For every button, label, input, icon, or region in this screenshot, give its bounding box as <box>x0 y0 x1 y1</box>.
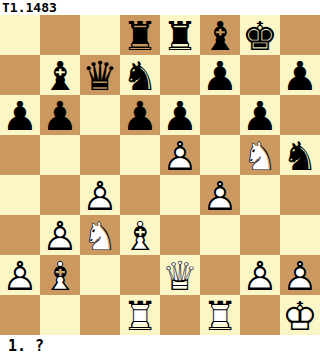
square-f5[interactable] <box>200 135 240 175</box>
white-rook-piece: ♖ <box>200 295 240 335</box>
square-f8[interactable]: ♝ <box>200 15 240 55</box>
square-h5[interactable]: ♞ <box>280 135 320 175</box>
white-rook-piece: ♖ <box>120 295 160 335</box>
square-e7[interactable] <box>160 55 200 95</box>
square-c6[interactable] <box>80 95 120 135</box>
square-c8[interactable] <box>80 15 120 55</box>
square-h8[interactable] <box>280 15 320 55</box>
black-rook-piece: ♜ <box>160 15 200 55</box>
square-g4[interactable] <box>240 175 280 215</box>
square-e1[interactable] <box>160 295 200 335</box>
square-b5[interactable] <box>40 135 80 175</box>
square-g1[interactable] <box>240 295 280 335</box>
white-bishop-piece: ♗ <box>40 255 80 295</box>
white-king-piece: ♔ <box>280 295 320 335</box>
square-a8[interactable] <box>0 15 40 55</box>
black-bishop-piece: ♝ <box>200 15 240 55</box>
square-a6[interactable]: ♟ <box>0 95 40 135</box>
square-f7[interactable]: ♟ <box>200 55 240 95</box>
square-e4[interactable] <box>160 175 200 215</box>
square-d2[interactable] <box>120 255 160 295</box>
square-a5[interactable] <box>0 135 40 175</box>
square-e6[interactable]: ♟ <box>160 95 200 135</box>
square-f6[interactable] <box>200 95 240 135</box>
square-g6[interactable]: ♟ <box>240 95 280 135</box>
square-d8[interactable]: ♜ <box>120 15 160 55</box>
white-pawn-piece: ♙ <box>280 255 320 295</box>
square-b4[interactable] <box>40 175 80 215</box>
black-king-piece: ♚ <box>240 15 280 55</box>
square-g2[interactable]: ♟♙ <box>240 255 280 295</box>
square-g3[interactable] <box>240 215 280 255</box>
square-e3[interactable] <box>160 215 200 255</box>
black-queen-piece: ♛ <box>80 55 120 95</box>
square-g5[interactable]: ♞♘ <box>240 135 280 175</box>
white-pawn-piece: ♙ <box>200 175 240 215</box>
square-b7[interactable]: ♝ <box>40 55 80 95</box>
square-a7[interactable] <box>0 55 40 95</box>
chess-board: ♜♜♝♚♝♛♞♟♟♟♟♟♟♟♟♙♞♘♞♟♙♟♙♟♙♞♘♝♗♟♙♝♗♛♕♟♙♟♙♜… <box>0 15 320 335</box>
square-c5[interactable] <box>80 135 120 175</box>
square-f2[interactable] <box>200 255 240 295</box>
black-knight-piece: ♞ <box>280 135 320 175</box>
square-c3[interactable]: ♞♘ <box>80 215 120 255</box>
white-pawn-piece: ♙ <box>0 255 40 295</box>
square-a1[interactable] <box>0 295 40 335</box>
square-b6[interactable]: ♟ <box>40 95 80 135</box>
square-d1[interactable]: ♜♖ <box>120 295 160 335</box>
white-bishop-piece: ♗ <box>120 215 160 255</box>
white-knight-piece: ♘ <box>240 135 280 175</box>
white-pawn-piece: ♙ <box>160 135 200 175</box>
square-d6[interactable]: ♟ <box>120 95 160 135</box>
square-a3[interactable] <box>0 215 40 255</box>
black-knight-piece: ♞ <box>120 55 160 95</box>
square-h1[interactable]: ♚♔ <box>280 295 320 335</box>
move-prompt: 1. ? <box>0 335 320 360</box>
black-rook-piece: ♜ <box>120 15 160 55</box>
square-h4[interactable] <box>280 175 320 215</box>
square-d5[interactable] <box>120 135 160 175</box>
black-pawn-piece: ♟ <box>40 95 80 135</box>
square-a4[interactable] <box>0 175 40 215</box>
square-h7[interactable]: ♟ <box>280 55 320 95</box>
square-b1[interactable] <box>40 295 80 335</box>
black-bishop-piece: ♝ <box>40 55 80 95</box>
chess-diagram-window: T1.1483 ♜♜♝♚♝♛♞♟♟♟♟♟♟♟♟♙♞♘♞♟♙♟♙♟♙♞♘♝♗♟♙♝… <box>0 0 320 360</box>
white-pawn-piece: ♙ <box>240 255 280 295</box>
black-pawn-piece: ♟ <box>160 95 200 135</box>
square-e2[interactable]: ♛♕ <box>160 255 200 295</box>
black-pawn-piece: ♟ <box>200 55 240 95</box>
square-d3[interactable]: ♝♗ <box>120 215 160 255</box>
black-pawn-piece: ♟ <box>0 95 40 135</box>
square-b8[interactable] <box>40 15 80 55</box>
square-d4[interactable] <box>120 175 160 215</box>
square-c2[interactable] <box>80 255 120 295</box>
square-f3[interactable] <box>200 215 240 255</box>
square-e8[interactable]: ♜ <box>160 15 200 55</box>
square-f1[interactable]: ♜♖ <box>200 295 240 335</box>
square-c4[interactable]: ♟♙ <box>80 175 120 215</box>
square-g7[interactable] <box>240 55 280 95</box>
black-pawn-piece: ♟ <box>280 55 320 95</box>
black-pawn-piece: ♟ <box>240 95 280 135</box>
square-f4[interactable]: ♟♙ <box>200 175 240 215</box>
white-pawn-piece: ♙ <box>80 175 120 215</box>
square-d7[interactable]: ♞ <box>120 55 160 95</box>
square-c7[interactable]: ♛ <box>80 55 120 95</box>
square-b3[interactable]: ♟♙ <box>40 215 80 255</box>
white-queen-piece: ♕ <box>160 255 200 295</box>
square-h2[interactable]: ♟♙ <box>280 255 320 295</box>
square-c1[interactable] <box>80 295 120 335</box>
square-h6[interactable] <box>280 95 320 135</box>
square-g8[interactable]: ♚ <box>240 15 280 55</box>
white-knight-piece: ♘ <box>80 215 120 255</box>
square-e5[interactable]: ♟♙ <box>160 135 200 175</box>
black-pawn-piece: ♟ <box>120 95 160 135</box>
white-pawn-piece: ♙ <box>40 215 80 255</box>
square-b2[interactable]: ♝♗ <box>40 255 80 295</box>
square-h3[interactable] <box>280 215 320 255</box>
square-a2[interactable]: ♟♙ <box>0 255 40 295</box>
